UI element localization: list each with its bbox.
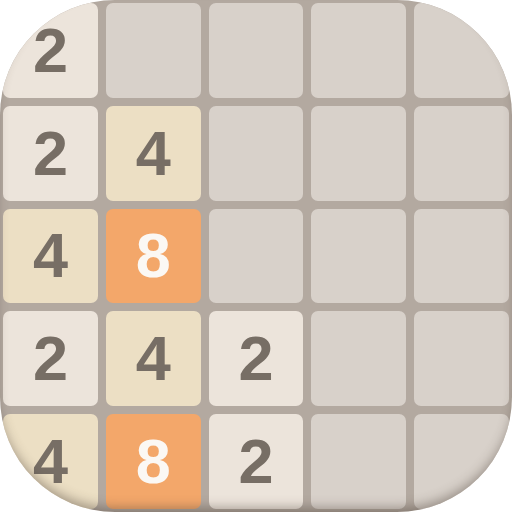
empty-cell xyxy=(311,106,406,201)
tile-2: 2 xyxy=(3,106,98,201)
empty-cell xyxy=(311,3,406,98)
empty-cell xyxy=(311,311,406,406)
empty-cell xyxy=(414,106,509,201)
empty-cell xyxy=(106,3,201,98)
empty-cell xyxy=(311,209,406,304)
tile-2: 2 xyxy=(209,311,304,406)
empty-cell xyxy=(209,209,304,304)
tile-8: 8 xyxy=(106,414,201,509)
tile-2: 2 xyxy=(3,3,98,98)
empty-cell xyxy=(414,311,509,406)
empty-cell xyxy=(414,3,509,98)
board-grid[interactable]: 22448242482 xyxy=(0,0,512,512)
empty-cell xyxy=(311,414,406,509)
tile-4: 4 xyxy=(3,209,98,304)
tile-2: 2 xyxy=(209,414,304,509)
tile-4: 4 xyxy=(3,414,98,509)
tile-8: 8 xyxy=(106,209,201,304)
empty-cell xyxy=(414,414,509,509)
tile-2: 2 xyxy=(3,311,98,406)
empty-cell xyxy=(209,106,304,201)
empty-cell xyxy=(209,3,304,98)
tile-4: 4 xyxy=(106,311,201,406)
empty-cell xyxy=(414,209,509,304)
tile-4: 4 xyxy=(106,106,201,201)
